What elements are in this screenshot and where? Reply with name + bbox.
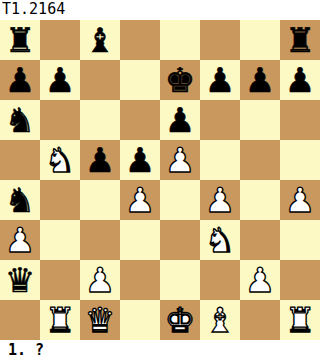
white-pawn-piece: ♟	[5, 220, 35, 260]
square-c4[interactable]	[80, 180, 120, 220]
square-g1[interactable]	[240, 300, 280, 340]
white-pawn-piece: ♟	[165, 140, 195, 180]
square-b2[interactable]	[40, 260, 80, 300]
square-g6[interactable]	[240, 100, 280, 140]
square-h4[interactable]: ♟	[280, 180, 320, 220]
white-king-piece: ♚	[165, 300, 195, 340]
square-c2[interactable]: ♟	[80, 260, 120, 300]
white-pawn-piece: ♟	[85, 260, 115, 300]
black-king-piece: ♚	[165, 60, 195, 100]
square-c7[interactable]	[80, 60, 120, 100]
square-d4[interactable]: ♟	[120, 180, 160, 220]
square-e7[interactable]: ♚	[160, 60, 200, 100]
square-g2[interactable]: ♟	[240, 260, 280, 300]
black-knight-piece: ♞	[5, 180, 35, 220]
square-h1[interactable]: ♜	[280, 300, 320, 340]
black-rook-piece: ♜	[285, 20, 315, 60]
square-b7[interactable]: ♟	[40, 60, 80, 100]
square-f8[interactable]	[200, 20, 240, 60]
square-b4[interactable]	[40, 180, 80, 220]
square-e4[interactable]	[160, 180, 200, 220]
square-f1[interactable]: ♝	[200, 300, 240, 340]
black-queen-piece: ♛	[5, 260, 35, 300]
square-c6[interactable]	[80, 100, 120, 140]
square-f3[interactable]: ♞	[200, 220, 240, 260]
square-f4[interactable]: ♟	[200, 180, 240, 220]
white-knight-piece: ♞	[45, 140, 75, 180]
white-rook-piece: ♜	[285, 300, 315, 340]
square-d2[interactable]	[120, 260, 160, 300]
square-a8[interactable]: ♜	[0, 20, 40, 60]
square-b6[interactable]	[40, 100, 80, 140]
square-c3[interactable]	[80, 220, 120, 260]
move-prompt: 1. ?	[0, 340, 320, 360]
square-a5[interactable]	[0, 140, 40, 180]
square-b3[interactable]	[40, 220, 80, 260]
square-a6[interactable]: ♞	[0, 100, 40, 140]
square-g3[interactable]	[240, 220, 280, 260]
square-f2[interactable]	[200, 260, 240, 300]
square-d7[interactable]	[120, 60, 160, 100]
black-pawn-piece: ♟	[285, 60, 315, 100]
square-c1[interactable]: ♛	[80, 300, 120, 340]
puzzle-id: T1.2164	[0, 0, 320, 20]
white-pawn-piece: ♟	[205, 180, 235, 220]
square-e1[interactable]: ♚	[160, 300, 200, 340]
square-a3[interactable]: ♟	[0, 220, 40, 260]
square-e6[interactable]: ♟	[160, 100, 200, 140]
square-b8[interactable]	[40, 20, 80, 60]
white-queen-piece: ♛	[85, 300, 115, 340]
black-pawn-piece: ♟	[85, 140, 115, 180]
square-e8[interactable]	[160, 20, 200, 60]
black-pawn-piece: ♟	[45, 60, 75, 100]
black-pawn-piece: ♟	[165, 100, 195, 140]
white-pawn-piece: ♟	[245, 260, 275, 300]
square-e2[interactable]	[160, 260, 200, 300]
square-g4[interactable]	[240, 180, 280, 220]
square-c5[interactable]: ♟	[80, 140, 120, 180]
square-a1[interactable]	[0, 300, 40, 340]
black-pawn-piece: ♟	[245, 60, 275, 100]
square-h3[interactable]	[280, 220, 320, 260]
white-rook-piece: ♜	[45, 300, 75, 340]
black-pawn-piece: ♟	[125, 140, 155, 180]
square-a7[interactable]: ♟	[0, 60, 40, 100]
black-pawn-piece: ♟	[5, 60, 35, 100]
square-d3[interactable]	[120, 220, 160, 260]
square-c8[interactable]: ♝	[80, 20, 120, 60]
square-d6[interactable]	[120, 100, 160, 140]
square-e3[interactable]	[160, 220, 200, 260]
square-h8[interactable]: ♜	[280, 20, 320, 60]
square-f6[interactable]	[200, 100, 240, 140]
black-pawn-piece: ♟	[205, 60, 235, 100]
square-g5[interactable]	[240, 140, 280, 180]
white-bishop-piece: ♝	[205, 300, 235, 340]
black-rook-piece: ♜	[5, 20, 35, 60]
chess-puzzle-app: T1.2164 ♜♝♜♟♟♚♟♟♟♞♟♞♟♟♟♞♟♟♟♟♞♛♟♟♜♛♚♝♜ 1.…	[0, 0, 320, 360]
black-knight-piece: ♞	[5, 100, 35, 140]
square-h5[interactable]	[280, 140, 320, 180]
square-b1[interactable]: ♜	[40, 300, 80, 340]
square-e5[interactable]: ♟	[160, 140, 200, 180]
white-pawn-piece: ♟	[125, 180, 155, 220]
square-a4[interactable]: ♞	[0, 180, 40, 220]
square-h2[interactable]	[280, 260, 320, 300]
chess-board: ♜♝♜♟♟♚♟♟♟♞♟♞♟♟♟♞♟♟♟♟♞♛♟♟♜♛♚♝♜	[0, 20, 320, 340]
square-b5[interactable]: ♞	[40, 140, 80, 180]
square-f7[interactable]: ♟	[200, 60, 240, 100]
square-a2[interactable]: ♛	[0, 260, 40, 300]
white-pawn-piece: ♟	[285, 180, 315, 220]
black-bishop-piece: ♝	[85, 20, 115, 60]
square-d5[interactable]: ♟	[120, 140, 160, 180]
white-knight-piece: ♞	[205, 220, 235, 260]
square-g7[interactable]: ♟	[240, 60, 280, 100]
square-g8[interactable]	[240, 20, 280, 60]
square-d8[interactable]	[120, 20, 160, 60]
square-h7[interactable]: ♟	[280, 60, 320, 100]
square-f5[interactable]	[200, 140, 240, 180]
square-h6[interactable]	[280, 100, 320, 140]
square-d1[interactable]	[120, 300, 160, 340]
